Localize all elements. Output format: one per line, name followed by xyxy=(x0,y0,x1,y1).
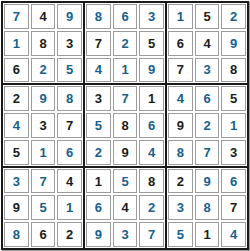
cell-r5c9[interactable]: 1 xyxy=(221,113,246,138)
cell-r1c9[interactable]: 2 xyxy=(221,4,246,29)
cell-r1c2[interactable]: 4 xyxy=(31,4,56,29)
cell-r2c9[interactable]: 9 xyxy=(221,31,246,56)
cell-r2c5[interactable]: 2 xyxy=(113,31,138,56)
cell-r8c1[interactable]: 9 xyxy=(4,195,29,220)
cell-r7c6[interactable]: 8 xyxy=(139,169,164,194)
cell-r6c7[interactable]: 8 xyxy=(168,140,193,165)
cell-r4c6[interactable]: 1 xyxy=(139,86,164,111)
cell-r9c6[interactable]: 7 xyxy=(139,222,164,247)
block-1-2: 863725419 xyxy=(85,3,165,83)
cell-r8c2[interactable]: 5 xyxy=(31,195,56,220)
cell-r8c9[interactable]: 7 xyxy=(221,195,246,220)
cell-r4c3[interactable]: 8 xyxy=(57,86,82,111)
cell-r2c2[interactable]: 8 xyxy=(31,31,56,56)
block-3-1: 374951862 xyxy=(3,168,83,248)
cell-r1c6[interactable]: 3 xyxy=(139,4,164,29)
block-2-1: 298437516 xyxy=(3,85,83,165)
cell-r4c7[interactable]: 4 xyxy=(168,86,193,111)
cell-r7c5[interactable]: 5 xyxy=(113,169,138,194)
cell-r4c1[interactable]: 2 xyxy=(4,86,29,111)
cell-r4c4[interactable]: 3 xyxy=(86,86,111,111)
cell-r9c1[interactable]: 8 xyxy=(4,222,29,247)
cell-r3c3[interactable]: 5 xyxy=(57,58,82,83)
sudoku-board: 7491836258637254191526497382984375163715… xyxy=(1,1,249,250)
cell-r3c4[interactable]: 4 xyxy=(86,58,111,83)
block-2-3: 465921873 xyxy=(167,85,247,165)
cell-r4c5[interactable]: 7 xyxy=(113,86,138,111)
cell-r7c2[interactable]: 7 xyxy=(31,169,56,194)
cell-r9c4[interactable]: 9 xyxy=(86,222,111,247)
cell-r6c2[interactable]: 1 xyxy=(31,140,56,165)
block-3-3: 296387514 xyxy=(167,168,247,248)
cell-r8c7[interactable]: 3 xyxy=(168,195,193,220)
cell-r8c3[interactable]: 1 xyxy=(57,195,82,220)
cell-r1c4[interactable]: 8 xyxy=(86,4,111,29)
block-3-2: 158642937 xyxy=(85,168,165,248)
cell-r6c5[interactable]: 9 xyxy=(113,140,138,165)
cell-r5c4[interactable]: 5 xyxy=(86,113,111,138)
cell-r6c9[interactable]: 3 xyxy=(221,140,246,165)
cell-r7c7[interactable]: 2 xyxy=(168,169,193,194)
cell-r6c3[interactable]: 6 xyxy=(57,140,82,165)
cell-r3c5[interactable]: 1 xyxy=(113,58,138,83)
block-2-2: 371586294 xyxy=(85,85,165,165)
cell-r7c3[interactable]: 4 xyxy=(57,169,82,194)
cell-r5c8[interactable]: 2 xyxy=(195,113,220,138)
cell-r3c2[interactable]: 2 xyxy=(31,58,56,83)
block-1-1: 749183625 xyxy=(3,3,83,83)
cell-r5c2[interactable]: 3 xyxy=(31,113,56,138)
cell-r6c1[interactable]: 5 xyxy=(4,140,29,165)
cell-r3c6[interactable]: 9 xyxy=(139,58,164,83)
cell-r2c3[interactable]: 3 xyxy=(57,31,82,56)
cell-r4c8[interactable]: 6 xyxy=(195,86,220,111)
cell-r9c5[interactable]: 3 xyxy=(113,222,138,247)
cell-r9c9[interactable]: 4 xyxy=(221,222,246,247)
cell-r8c4[interactable]: 6 xyxy=(86,195,111,220)
cell-r3c8[interactable]: 3 xyxy=(195,58,220,83)
cell-r3c9[interactable]: 8 xyxy=(221,58,246,83)
cell-r1c1[interactable]: 7 xyxy=(4,4,29,29)
cell-r2c8[interactable]: 4 xyxy=(195,31,220,56)
cell-r7c4[interactable]: 1 xyxy=(86,169,111,194)
cell-r8c8[interactable]: 8 xyxy=(195,195,220,220)
cell-r4c2[interactable]: 9 xyxy=(31,86,56,111)
cell-r6c6[interactable]: 4 xyxy=(139,140,164,165)
cell-r5c5[interactable]: 8 xyxy=(113,113,138,138)
cell-r2c7[interactable]: 6 xyxy=(168,31,193,56)
cell-r2c1[interactable]: 1 xyxy=(4,31,29,56)
cell-r6c4[interactable]: 2 xyxy=(86,140,111,165)
cell-r1c8[interactable]: 5 xyxy=(195,4,220,29)
cell-r6c8[interactable]: 7 xyxy=(195,140,220,165)
cell-r4c9[interactable]: 5 xyxy=(221,86,246,111)
cell-r9c7[interactable]: 5 xyxy=(168,222,193,247)
cell-r5c6[interactable]: 6 xyxy=(139,113,164,138)
cell-r7c9[interactable]: 6 xyxy=(221,169,246,194)
cell-r5c1[interactable]: 4 xyxy=(4,113,29,138)
cell-r9c3[interactable]: 2 xyxy=(57,222,82,247)
block-1-3: 152649738 xyxy=(167,3,247,83)
cell-r9c8[interactable]: 1 xyxy=(195,222,220,247)
cell-r1c7[interactable]: 1 xyxy=(168,4,193,29)
cell-r1c5[interactable]: 6 xyxy=(113,4,138,29)
cell-r3c1[interactable]: 6 xyxy=(4,58,29,83)
cell-r1c3[interactable]: 9 xyxy=(57,4,82,29)
cell-r7c1[interactable]: 3 xyxy=(4,169,29,194)
cell-r5c7[interactable]: 9 xyxy=(168,113,193,138)
cell-r2c4[interactable]: 7 xyxy=(86,31,111,56)
cell-r5c3[interactable]: 7 xyxy=(57,113,82,138)
cell-r9c2[interactable]: 6 xyxy=(31,222,56,247)
cell-r8c6[interactable]: 2 xyxy=(139,195,164,220)
cell-r7c8[interactable]: 9 xyxy=(195,169,220,194)
cell-r8c5[interactable]: 4 xyxy=(113,195,138,220)
cell-r2c6[interactable]: 5 xyxy=(139,31,164,56)
cell-r3c7[interactable]: 7 xyxy=(168,58,193,83)
